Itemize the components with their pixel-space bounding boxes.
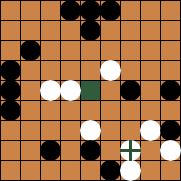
cell-r2c7[interactable] [141,41,160,60]
cell-r0c3[interactable] [61,1,80,20]
cell-r8c5[interactable] [101,161,120,180]
cell-r1c4[interactable] [81,21,100,40]
cell-r8c0[interactable] [1,161,20,180]
cell-r8c7[interactable] [141,161,160,180]
white-stone [160,140,181,161]
cell-r7c7[interactable] [141,141,160,160]
black-stone [80,20,101,41]
cell-r1c1[interactable] [21,21,40,40]
cell-r2c0[interactable] [1,41,20,60]
cell-r5c6[interactable] [121,101,140,120]
cell-r1c3[interactable] [61,21,80,40]
cell-r0c1[interactable] [21,1,40,20]
cell-r6c6[interactable] [121,121,140,140]
black-stone [0,60,21,81]
cell-r0c4[interactable] [81,1,100,20]
cell-r5c5[interactable] [101,101,120,120]
cell-r7c5[interactable] [101,141,120,160]
cell-r3c0[interactable] [1,61,20,80]
cell-r3c8[interactable] [161,61,180,80]
cell-r7c6[interactable] [121,141,140,160]
cell-r6c8[interactable] [161,121,180,140]
black-stone [120,80,141,101]
cell-r1c0[interactable] [1,21,20,40]
cell-r2c4[interactable] [81,41,100,60]
cell-r4c5[interactable] [101,81,120,100]
white-stone [140,120,161,141]
white-stone [120,160,141,181]
cell-r2c6[interactable] [121,41,140,60]
cell-r4c2[interactable] [41,81,60,100]
cell-r6c4[interactable] [81,121,100,140]
cell-r2c2[interactable] [41,41,60,60]
cell-r4c0[interactable] [1,81,20,100]
cell-r1c7[interactable] [141,21,160,40]
cell-r8c2[interactable] [41,161,60,180]
black-stone [40,140,61,161]
white-stone [60,80,81,101]
white-stone [80,120,101,141]
cell-r4c8[interactable] [161,81,180,100]
cell-r0c6[interactable] [121,1,140,20]
cell-r0c8[interactable] [161,1,180,20]
cell-r4c7[interactable] [141,81,160,100]
cell-r7c0[interactable] [1,141,20,160]
cell-r3c5[interactable] [101,61,120,80]
cell-r4c6[interactable] [121,81,140,100]
cell-r8c3[interactable] [61,161,80,180]
cell-r6c0[interactable] [1,121,20,140]
white-stone [100,60,121,81]
cell-r0c5[interactable] [101,1,120,20]
cell-r7c2[interactable] [41,141,60,160]
black-stone [60,0,81,21]
cross-marker-horizontal [120,149,141,152]
cell-r5c8[interactable] [161,101,180,120]
cell-r5c1[interactable] [21,101,40,120]
cell-r8c6[interactable] [121,161,140,180]
highlight-square[interactable] [81,81,100,100]
cell-r6c5[interactable] [101,121,120,140]
white-stone [40,80,61,101]
cell-r3c6[interactable] [121,61,140,80]
cell-r1c8[interactable] [161,21,180,40]
cell-r5c7[interactable] [141,101,160,120]
cell-r8c4[interactable] [81,161,100,180]
cell-r7c4[interactable] [81,141,100,160]
black-stone [100,0,121,21]
cell-r0c2[interactable] [41,1,60,20]
cell-r6c1[interactable] [21,121,40,140]
black-stone [0,100,21,121]
cell-r5c0[interactable] [1,101,20,120]
black-stone [160,120,181,141]
black-stone [100,160,121,181]
cell-r8c1[interactable] [21,161,40,180]
cell-r6c3[interactable] [61,121,80,140]
cell-r1c6[interactable] [121,21,140,40]
black-stone [0,80,21,101]
cell-r2c5[interactable] [101,41,120,60]
cell-r6c2[interactable] [41,121,60,140]
cell-r6c7[interactable] [141,121,160,140]
cell-r4c3[interactable] [61,81,80,100]
cell-r3c2[interactable] [41,61,60,80]
game-board [0,0,181,181]
cell-r3c7[interactable] [141,61,160,80]
cell-r7c8[interactable] [161,141,180,160]
cell-r1c2[interactable] [41,21,60,40]
cell-r5c2[interactable] [41,101,60,120]
cell-r7c1[interactable] [21,141,40,160]
cell-r0c0[interactable] [1,1,20,20]
cell-r0c7[interactable] [141,1,160,20]
cell-r3c1[interactable] [21,61,40,80]
black-stone [20,40,41,61]
cell-r2c8[interactable] [161,41,180,60]
cell-r8c8[interactable] [161,161,180,180]
black-stone [160,80,181,101]
cell-r7c3[interactable] [61,141,80,160]
cell-r5c4[interactable] [81,101,100,120]
cell-r5c3[interactable] [61,101,80,120]
cell-r4c1[interactable] [21,81,40,100]
cell-r1c5[interactable] [101,21,120,40]
cell-r3c3[interactable] [61,61,80,80]
black-stone [80,140,101,161]
cell-r2c1[interactable] [21,41,40,60]
cell-r3c4[interactable] [81,61,100,80]
cell-r2c3[interactable] [61,41,80,60]
black-stone [80,0,101,21]
